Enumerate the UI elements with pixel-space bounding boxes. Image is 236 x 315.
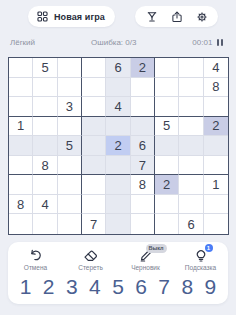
sudoku-cell-r9c8[interactable]: 6 — [179, 214, 203, 234]
new-game-label: Новая игра — [54, 12, 105, 22]
sudoku-cell-r1c7[interactable] — [155, 58, 179, 78]
sudoku-cell-r1c9[interactable]: 4 — [204, 58, 228, 78]
sudoku-cell-r5c7[interactable] — [155, 136, 179, 156]
sudoku-cell-r5c4[interactable] — [82, 136, 106, 156]
new-game-grid-icon — [36, 10, 49, 23]
sudoku-cell-r4c5[interactable] — [106, 117, 130, 137]
sudoku-cell-r6c1[interactable] — [9, 156, 33, 176]
draft-state-badge: Выкл — [146, 244, 167, 253]
sudoku-cell-r3c4[interactable] — [82, 97, 106, 117]
sudoku-cell-r5c2[interactable] — [33, 136, 57, 156]
sudoku-cell-r1c3[interactable] — [58, 58, 82, 78]
top-bar: Новая игра — [0, 6, 236, 28]
sudoku-cell-r8c5[interactable] — [106, 195, 130, 215]
sudoku-cell-r1c1[interactable] — [9, 58, 33, 78]
sudoku-cell-r2c1[interactable] — [9, 78, 33, 98]
sudoku-cell-r4c4[interactable] — [82, 117, 106, 137]
sudoku-cell-r5c1[interactable] — [9, 136, 33, 156]
sudoku-cell-r4c2[interactable] — [33, 117, 57, 137]
sudoku-cell-r7c1[interactable] — [9, 175, 33, 195]
mistakes-counter: Ошибка: 0/3 — [91, 38, 136, 47]
numpad-key-2[interactable]: 2 — [39, 273, 59, 301]
sudoku-cell-r1c4[interactable] — [82, 58, 106, 78]
numpad-key-8[interactable]: 8 — [177, 273, 197, 301]
sudoku-cell-r2c2[interactable] — [33, 78, 57, 98]
sudoku-cell-r7c7[interactable]: 2 — [155, 175, 179, 195]
sudoku-cell-r8c1[interactable]: 8 — [9, 195, 33, 215]
top-actions — [135, 6, 218, 27]
sudoku-cell-r1c5[interactable]: 6 — [106, 58, 130, 78]
pause-button[interactable] — [216, 38, 224, 47]
lightbulb-icon: 1 — [194, 247, 208, 262]
sudoku-cell-r9c4[interactable]: 7 — [82, 214, 106, 234]
sudoku-grid: 5624834152526878218476 — [8, 57, 229, 235]
sudoku-cell-r2c6[interactable] — [131, 78, 155, 98]
erase-button[interactable]: Стереть — [71, 247, 111, 271]
sudoku-cell-r4c6[interactable] — [131, 117, 155, 137]
pencil-icon: Выкл — [138, 247, 154, 262]
new-game-button[interactable]: Новая игра — [28, 6, 115, 27]
sudoku-cell-r7c3[interactable] — [58, 175, 82, 195]
sudoku-cell-r9c6[interactable] — [131, 214, 155, 234]
sudoku-cell-r3c2[interactable] — [33, 97, 57, 117]
numpad-key-7[interactable]: 7 — [154, 273, 174, 301]
tools-row: Отмена Стереть Выкл — [8, 247, 228, 275]
sudoku-cell-r7c8[interactable] — [179, 175, 203, 195]
sudoku-cell-r9c2[interactable] — [33, 214, 57, 234]
sudoku-cell-r1c2[interactable]: 5 — [33, 58, 57, 78]
sudoku-cell-r6c3[interactable] — [58, 156, 82, 176]
numpad-key-4[interactable]: 4 — [85, 273, 105, 301]
timer-value: 00:01 — [192, 38, 212, 47]
sudoku-cell-r6c2[interactable]: 8 — [33, 156, 57, 176]
sudoku-cell-r8c6[interactable] — [131, 195, 155, 215]
sudoku-cell-r4c9[interactable]: 2 — [204, 117, 228, 137]
settings-gear-icon[interactable] — [195, 10, 208, 23]
sudoku-cell-r4c7[interactable]: 5 — [155, 117, 179, 137]
sudoku-cell-r3c1[interactable] — [9, 97, 33, 117]
sudoku-cell-r8c8[interactable] — [179, 195, 203, 215]
sudoku-cell-r8c4[interactable] — [82, 195, 106, 215]
sudoku-cell-r2c3[interactable] — [58, 78, 82, 98]
sudoku-cell-r2c9[interactable]: 8 — [204, 78, 228, 98]
sudoku-cell-r7c9[interactable]: 1 — [204, 175, 228, 195]
sudoku-cell-r5c6[interactable]: 6 — [131, 136, 155, 156]
sudoku-cell-r5c5[interactable]: 2 — [106, 136, 130, 156]
sudoku-cell-r3c8[interactable] — [179, 97, 203, 117]
sudoku-cell-r9c9[interactable] — [204, 214, 228, 234]
sudoku-cell-r8c2[interactable]: 4 — [33, 195, 57, 215]
sudoku-cell-r3c9[interactable] — [204, 97, 228, 117]
sudoku-cell-r2c4[interactable] — [82, 78, 106, 98]
undo-label: Отмена — [24, 264, 47, 271]
sudoku-cell-r4c3[interactable] — [58, 117, 82, 137]
sudoku-cell-r8c9[interactable] — [204, 195, 228, 215]
sudoku-cell-r6c7[interactable] — [155, 156, 179, 176]
draft-button[interactable]: Выкл Черновик — [126, 247, 166, 271]
share-icon[interactable] — [170, 10, 183, 23]
sudoku-cell-r7c2[interactable] — [33, 175, 57, 195]
sudoku-cell-r9c5[interactable] — [106, 214, 130, 234]
sudoku-cell-r6c8[interactable] — [179, 156, 203, 176]
sudoku-cell-r7c4[interactable] — [82, 175, 106, 195]
sudoku-cell-r9c1[interactable] — [9, 214, 33, 234]
sudoku-cell-r3c5[interactable]: 4 — [106, 97, 130, 117]
status-row: Лёгкий Ошибка: 0/3 00:01 — [10, 36, 224, 48]
erase-label: Стереть — [78, 264, 103, 271]
hint-label: Подсказка — [185, 264, 216, 271]
sudoku-cell-r4c1[interactable]: 1 — [9, 117, 33, 137]
hint-button[interactable]: 1 Подсказка — [181, 247, 221, 271]
sudoku-cell-r5c3[interactable]: 5 — [58, 136, 82, 156]
numpad-key-1[interactable]: 1 — [16, 273, 36, 301]
numpad-key-9[interactable]: 9 — [200, 273, 220, 301]
sudoku-cell-r2c8[interactable] — [179, 78, 203, 98]
sudoku-cell-r6c6[interactable]: 7 — [131, 156, 155, 176]
undo-icon — [28, 247, 43, 262]
numpad-key-6[interactable]: 6 — [131, 273, 151, 301]
sudoku-cell-r3c3[interactable]: 3 — [58, 97, 82, 117]
undo-button[interactable]: Отмена — [16, 247, 56, 271]
sudoku-cell-r7c5[interactable] — [106, 175, 130, 195]
sudoku-app: Новая игра — [0, 0, 236, 315]
trophy-icon[interactable] — [145, 10, 158, 23]
sudoku-cell-r9c3[interactable] — [58, 214, 82, 234]
sudoku-cell-r5c9[interactable] — [204, 136, 228, 156]
numpad-key-5[interactable]: 5 — [108, 273, 128, 301]
sudoku-cell-r1c6[interactable]: 2 — [131, 58, 155, 78]
hint-count-badge: 1 — [205, 244, 213, 252]
sudoku-cell-r2c7[interactable] — [155, 78, 179, 98]
sudoku-cell-r6c9[interactable] — [204, 156, 228, 176]
sudoku-cell-r5c8[interactable] — [179, 136, 203, 156]
difficulty-label: Лёгкий — [10, 38, 35, 47]
sudoku-cell-r1c8[interactable] — [179, 58, 203, 78]
control-panel: Отмена Стереть Выкл — [8, 242, 228, 304]
sudoku-cell-r6c4[interactable] — [82, 156, 106, 176]
sudoku-cell-r3c6[interactable] — [131, 97, 155, 117]
numpad-key-3[interactable]: 3 — [62, 273, 82, 301]
sudoku-cell-r8c3[interactable] — [58, 195, 82, 215]
sudoku-cell-r8c7[interactable] — [155, 195, 179, 215]
sudoku-cell-r4c8[interactable] — [179, 117, 203, 137]
sudoku-cell-r9c7[interactable] — [155, 214, 179, 234]
eraser-icon — [83, 247, 99, 262]
sudoku-cell-r2c5[interactable] — [106, 78, 130, 98]
sudoku-cell-r6c5[interactable] — [106, 156, 130, 176]
sudoku-cell-r3c7[interactable] — [155, 97, 179, 117]
draft-label: Черновик — [131, 264, 160, 271]
sudoku-cell-r7c6[interactable]: 8 — [131, 175, 155, 195]
numpad: 123456789 — [14, 273, 222, 301]
